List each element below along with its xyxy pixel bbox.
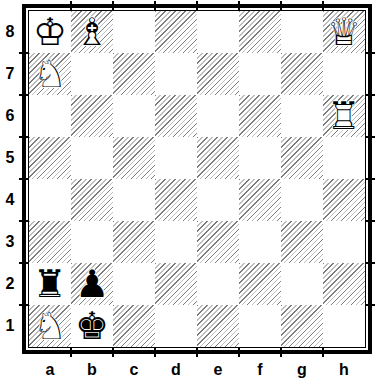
- piece-black-pawn[interactable]: ♟: [71, 263, 113, 305]
- frame-tick: [366, 94, 375, 96]
- square-a5[interactable]: [29, 137, 71, 179]
- frame-tick: [154, 348, 156, 357]
- square-b6[interactable]: [71, 95, 113, 137]
- square-c2[interactable]: [113, 263, 155, 305]
- file-label-c: c: [113, 358, 155, 382]
- frame-tick: [280, 348, 282, 357]
- square-b2[interactable]: ♟: [71, 263, 113, 305]
- square-h6[interactable]: ♜♖: [323, 95, 365, 137]
- white-rook-glyph: ♖: [323, 95, 365, 137]
- black-king-glyph: ♚: [71, 305, 113, 347]
- frame-tick: [322, 348, 324, 357]
- square-g5[interactable]: [281, 137, 323, 179]
- rank-label-6: 6: [0, 95, 20, 137]
- board-frame: ♚♔♝♗♛♕♞♘♜♖♜♟♞♘♚: [22, 4, 372, 354]
- square-h5[interactable]: [323, 137, 365, 179]
- piece-white-queen[interactable]: ♛♕: [323, 11, 365, 53]
- frame-tick: [19, 304, 28, 306]
- square-c3[interactable]: [113, 221, 155, 263]
- frame-tick: [70, 348, 72, 357]
- square-c7[interactable]: [113, 53, 155, 95]
- frame-tick: [366, 178, 375, 180]
- file-label-d: d: [155, 358, 197, 382]
- frame-tick: [112, 1, 114, 10]
- square-d8[interactable]: [155, 11, 197, 53]
- frame-tick: [19, 178, 28, 180]
- square-h1[interactable]: [323, 305, 365, 347]
- frame-tick: [19, 52, 28, 54]
- file-label-a: a: [29, 358, 71, 382]
- frame-tick: [366, 52, 375, 54]
- square-c1[interactable]: [113, 305, 155, 347]
- frame-tick: [238, 348, 240, 357]
- square-g6[interactable]: [281, 95, 323, 137]
- square-f4[interactable]: [239, 179, 281, 221]
- square-e4[interactable]: [197, 179, 239, 221]
- frame-tick: [19, 136, 28, 138]
- square-f7[interactable]: [239, 53, 281, 95]
- square-g7[interactable]: [281, 53, 323, 95]
- square-d6[interactable]: [155, 95, 197, 137]
- square-c6[interactable]: [113, 95, 155, 137]
- rank-label-3: 3: [0, 221, 20, 263]
- frame-tick: [19, 220, 28, 222]
- square-g1[interactable]: [281, 305, 323, 347]
- frame-tick: [366, 262, 375, 264]
- frame-tick: [70, 1, 72, 10]
- square-b1[interactable]: ♚: [71, 305, 113, 347]
- square-g4[interactable]: [281, 179, 323, 221]
- frame-tick: [112, 348, 114, 357]
- square-e5[interactable]: [197, 137, 239, 179]
- square-e3[interactable]: [197, 221, 239, 263]
- white-knight-glyph: ♘: [29, 305, 71, 347]
- white-bishop-glyph: ♗: [71, 11, 113, 53]
- frame-tick: [366, 220, 375, 222]
- frame-tick: [154, 1, 156, 10]
- square-g8[interactable]: [281, 11, 323, 53]
- frame-tick: [19, 94, 28, 96]
- square-b8[interactable]: ♝♗: [71, 11, 113, 53]
- square-h8[interactable]: ♛♕: [323, 11, 365, 53]
- piece-white-bishop[interactable]: ♝♗: [71, 11, 113, 53]
- square-a8[interactable]: ♚♔: [29, 11, 71, 53]
- white-king-glyph: ♔: [29, 11, 71, 53]
- square-g3[interactable]: [281, 221, 323, 263]
- file-label-h: h: [323, 358, 365, 382]
- frame-tick: [366, 136, 375, 138]
- square-b7[interactable]: [71, 53, 113, 95]
- square-h4[interactable]: [323, 179, 365, 221]
- square-c8[interactable]: [113, 11, 155, 53]
- black-rook-glyph: ♜: [29, 263, 71, 305]
- frame-tick: [19, 262, 28, 264]
- square-a6[interactable]: [29, 95, 71, 137]
- square-g2[interactable]: [281, 263, 323, 305]
- square-a1[interactable]: ♞♘: [29, 305, 71, 347]
- frame-tick: [196, 348, 198, 357]
- rank-label-4: 4: [0, 179, 20, 221]
- rank-label-7: 7: [0, 53, 20, 95]
- white-queen-glyph: ♕: [323, 11, 365, 53]
- square-b5[interactable]: [71, 137, 113, 179]
- rank-label-8: 8: [0, 11, 20, 53]
- square-f3[interactable]: [239, 221, 281, 263]
- square-b4[interactable]: [71, 179, 113, 221]
- piece-white-rook[interactable]: ♜♖: [323, 95, 365, 137]
- frame-tick: [280, 1, 282, 10]
- square-a4[interactable]: [29, 179, 71, 221]
- piece-black-king[interactable]: ♚: [71, 305, 113, 347]
- square-e2[interactable]: [197, 263, 239, 305]
- frame-tick: [366, 304, 375, 306]
- rank-labels: 8 7 6 5 4 3 2 1: [0, 11, 20, 347]
- square-f2[interactable]: [239, 263, 281, 305]
- piece-black-rook[interactable]: ♜: [29, 263, 71, 305]
- square-f6[interactable]: [239, 95, 281, 137]
- square-d2[interactable]: [155, 263, 197, 305]
- square-e8[interactable]: [197, 11, 239, 53]
- rank-label-5: 5: [0, 137, 20, 179]
- chess-diagram: 8 7 6 5 4 3 2 1 ♚♔♝♗♛♕♞♘♜♖♜♟♞♘♚ a b c d …: [0, 0, 386, 389]
- board-grid: ♚♔♝♗♛♕♞♘♜♖♜♟♞♘♚: [29, 11, 365, 347]
- square-d1[interactable]: [155, 305, 197, 347]
- rank-label-2: 2: [0, 263, 20, 305]
- piece-white-knight[interactable]: ♞♘: [29, 53, 71, 95]
- square-e6[interactable]: [197, 95, 239, 137]
- square-h7[interactable]: [323, 53, 365, 95]
- file-label-f: f: [239, 358, 281, 382]
- square-d3[interactable]: [155, 221, 197, 263]
- square-c5[interactable]: [113, 137, 155, 179]
- square-e1[interactable]: [197, 305, 239, 347]
- board-inner-border: ♚♔♝♗♛♕♞♘♜♖♜♟♞♘♚: [28, 10, 366, 348]
- square-h2[interactable]: [323, 263, 365, 305]
- frame-tick: [238, 1, 240, 10]
- rank-label-1: 1: [0, 305, 20, 347]
- square-d7[interactable]: [155, 53, 197, 95]
- square-c4[interactable]: [113, 179, 155, 221]
- piece-white-king[interactable]: ♚♔: [29, 11, 71, 53]
- square-a7[interactable]: ♞♘: [29, 53, 71, 95]
- piece-white-knight[interactable]: ♞♘: [29, 305, 71, 347]
- file-label-g: g: [281, 358, 323, 382]
- file-label-b: b: [71, 358, 113, 382]
- white-knight-glyph: ♘: [29, 53, 71, 95]
- square-a3[interactable]: [29, 221, 71, 263]
- square-h3[interactable]: [323, 221, 365, 263]
- square-d4[interactable]: [155, 179, 197, 221]
- square-a2[interactable]: ♜: [29, 263, 71, 305]
- square-f1[interactable]: [239, 305, 281, 347]
- frame-tick: [322, 1, 324, 10]
- square-d5[interactable]: [155, 137, 197, 179]
- file-labels: a b c d e f g h: [29, 358, 365, 382]
- square-e7[interactable]: [197, 53, 239, 95]
- black-pawn-glyph: ♟: [71, 263, 113, 305]
- square-f5[interactable]: [239, 137, 281, 179]
- frame-tick: [196, 1, 198, 10]
- file-label-e: e: [197, 358, 239, 382]
- square-f8[interactable]: [239, 11, 281, 53]
- square-b3[interactable]: [71, 221, 113, 263]
